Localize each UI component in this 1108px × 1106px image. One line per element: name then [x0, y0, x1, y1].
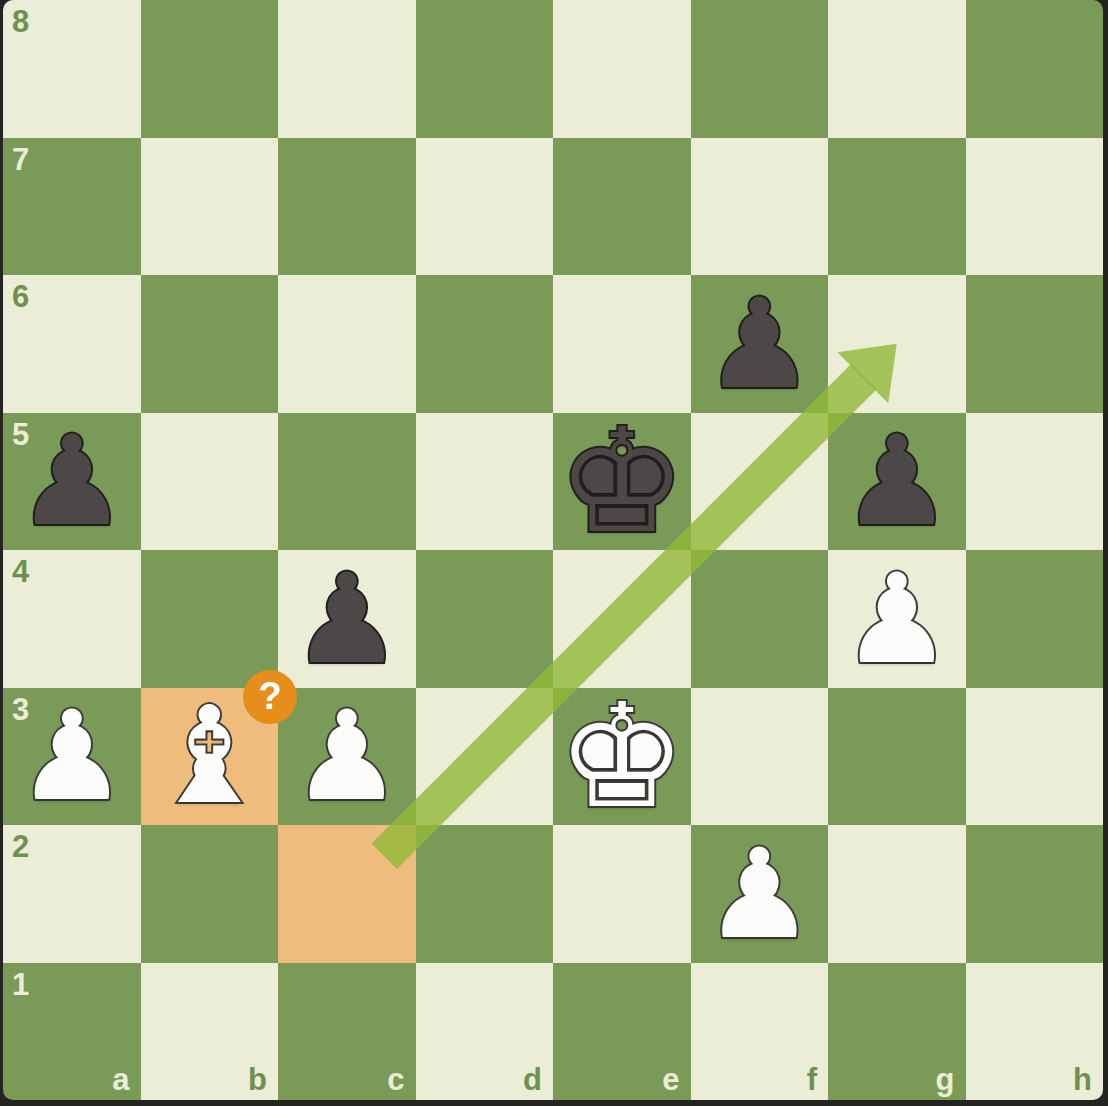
square-f3[interactable] [691, 688, 829, 826]
square-e5[interactable]: ♚ [553, 413, 691, 551]
square-g8[interactable] [828, 0, 966, 138]
square-a6[interactable]: 6 [3, 275, 141, 413]
square-c2[interactable] [278, 825, 416, 963]
square-f5[interactable] [691, 413, 829, 551]
square-g7[interactable] [828, 138, 966, 276]
piece-black-pawn-a5[interactable]: ♟ [3, 413, 141, 551]
square-b3[interactable]: ♝ [141, 688, 279, 826]
square-d8[interactable] [416, 0, 554, 138]
square-g3[interactable] [828, 688, 966, 826]
square-f7[interactable] [691, 138, 829, 276]
square-e6[interactable] [553, 275, 691, 413]
rank-label-8: 8 [12, 6, 29, 37]
square-a4[interactable]: 4 [3, 550, 141, 688]
square-g2[interactable] [828, 825, 966, 963]
square-d6[interactable] [416, 275, 554, 413]
file-label-f: f [807, 1064, 817, 1095]
square-c6[interactable] [278, 275, 416, 413]
piece-white-pawn-a3[interactable]: ♟ [3, 688, 141, 826]
square-e7[interactable] [553, 138, 691, 276]
square-d2[interactable] [416, 825, 554, 963]
square-h3[interactable] [966, 688, 1104, 826]
square-f2[interactable]: ♟ [691, 825, 829, 963]
square-e8[interactable] [553, 0, 691, 138]
piece-white-pawn-f2[interactable]: ♟ [691, 825, 829, 963]
square-e3[interactable]: ♚ [553, 688, 691, 826]
square-b1[interactable]: b [141, 963, 279, 1101]
square-b6[interactable] [141, 275, 279, 413]
piece-white-pawn-g4[interactable]: ♟ [828, 550, 966, 688]
rank-label-7: 7 [12, 144, 29, 175]
rank-label-4: 4 [12, 556, 29, 587]
file-label-a: a [112, 1064, 129, 1095]
square-f1[interactable]: f [691, 963, 829, 1101]
piece-white-bishop-b3[interactable]: ♝ [141, 688, 279, 826]
file-label-e: e [662, 1064, 679, 1095]
square-d4[interactable] [416, 550, 554, 688]
square-c8[interactable] [278, 0, 416, 138]
square-b2[interactable] [141, 825, 279, 963]
square-a2[interactable]: 2 [3, 825, 141, 963]
file-label-g: g [936, 1064, 955, 1095]
square-h2[interactable] [966, 825, 1104, 963]
square-g1[interactable]: g [828, 963, 966, 1101]
square-h6[interactable] [966, 275, 1104, 413]
square-e4[interactable] [553, 550, 691, 688]
chess-board: 876♟5♟♚♟4♟♟3♟♝♟♚2♟1abcdefgh [3, 0, 1103, 1100]
square-e2[interactable] [553, 825, 691, 963]
square-c3[interactable]: ♟ [278, 688, 416, 826]
square-d7[interactable] [416, 138, 554, 276]
square-b8[interactable] [141, 0, 279, 138]
square-a1[interactable]: 1a [3, 963, 141, 1101]
piece-white-king-e3[interactable]: ♚ [553, 688, 691, 826]
square-a8[interactable]: 8 [3, 0, 141, 138]
square-d1[interactable]: d [416, 963, 554, 1101]
rank-label-1: 1 [12, 969, 29, 1000]
square-h4[interactable] [966, 550, 1104, 688]
piece-black-king-e5[interactable]: ♚ [553, 413, 691, 551]
square-b5[interactable] [141, 413, 279, 551]
square-c1[interactable]: c [278, 963, 416, 1101]
square-h1[interactable]: h [966, 963, 1104, 1101]
square-d5[interactable] [416, 413, 554, 551]
square-d3[interactable] [416, 688, 554, 826]
file-label-b: b [248, 1064, 267, 1095]
file-label-c: c [387, 1064, 404, 1095]
rank-label-2: 2 [12, 831, 29, 862]
rank-label-6: 6 [12, 281, 29, 312]
file-label-h: h [1073, 1064, 1092, 1095]
square-h5[interactable] [966, 413, 1104, 551]
square-h7[interactable] [966, 138, 1104, 276]
square-f6[interactable]: ♟ [691, 275, 829, 413]
square-g5[interactable]: ♟ [828, 413, 966, 551]
square-g4[interactable]: ♟ [828, 550, 966, 688]
piece-black-pawn-g5[interactable]: ♟ [828, 413, 966, 551]
piece-black-pawn-c4[interactable]: ♟ [278, 550, 416, 688]
square-b4[interactable] [141, 550, 279, 688]
square-f8[interactable] [691, 0, 829, 138]
square-e1[interactable]: e [553, 963, 691, 1101]
file-label-d: d [523, 1064, 542, 1095]
square-c4[interactable]: ♟ [278, 550, 416, 688]
square-g6[interactable] [828, 275, 966, 413]
square-c7[interactable] [278, 138, 416, 276]
square-c5[interactable] [278, 413, 416, 551]
piece-white-pawn-c3[interactable]: ♟ [278, 688, 416, 826]
square-a5[interactable]: 5♟ [3, 413, 141, 551]
square-h8[interactable] [966, 0, 1104, 138]
square-a7[interactable]: 7 [3, 138, 141, 276]
square-f4[interactable] [691, 550, 829, 688]
piece-black-pawn-f6[interactable]: ♟ [691, 275, 829, 413]
square-b7[interactable] [141, 138, 279, 276]
square-a3[interactable]: 3♟ [3, 688, 141, 826]
